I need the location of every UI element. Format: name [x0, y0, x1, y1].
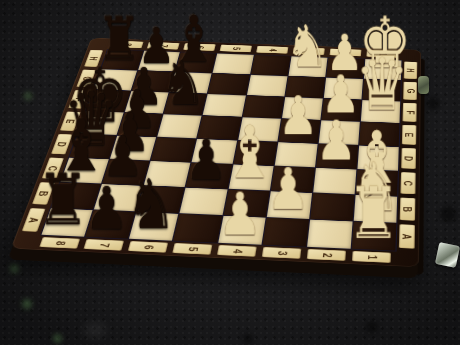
square-f6[interactable]: ♞ — [164, 93, 207, 116]
scene: 87654321 87654321 HGFEDCBA HGFEDCBA ♜♟♝♞… — [0, 0, 460, 345]
square-a3[interactable] — [262, 218, 309, 247]
square-h5[interactable] — [213, 54, 253, 75]
square-g5[interactable] — [208, 73, 249, 95]
rank-label-bottom-1: 1 — [352, 251, 391, 263]
rank-label-bottom-8: 8 — [39, 237, 80, 249]
rank-label-bottom-4: 4 — [217, 245, 257, 257]
piece-white-queen-f1[interactable]: ♛ — [355, 50, 405, 122]
rank-label-top-5: 5 — [220, 45, 252, 53]
photo-background: { "game": "chess", "description": "Woode… — [0, 0, 460, 345]
rank-label-bottom-6: 6 — [128, 241, 168, 253]
square-a6[interactable]: ♞ — [129, 212, 178, 241]
piece-black-knight-f6[interactable]: ♞ — [158, 54, 208, 114]
piece-white-pawn-a4[interactable]: ♟ — [211, 184, 267, 243]
square-a4[interactable]: ♟ — [218, 216, 266, 245]
brass-hinge — [418, 76, 429, 94]
file-label-right-E: E — [402, 125, 416, 145]
square-b3[interactable]: ♟ — [266, 191, 311, 219]
piece-black-knight-a6[interactable]: ♞ — [123, 171, 179, 239]
piece-white-rook-a1[interactable]: ♜ — [345, 178, 402, 249]
chess-board: 87654321 87654321 HGFEDCBA HGFEDCBA ♜♟♝♞… — [11, 38, 421, 267]
piece-white-pawn-b3[interactable]: ♟ — [260, 160, 315, 217]
rank-label-bottom-7: 7 — [84, 239, 124, 251]
rank-label-bottom-5: 5 — [172, 243, 212, 255]
metal-clasp — [435, 242, 460, 268]
square-a1[interactable]: ♜ — [352, 221, 397, 250]
rank-label-bottom-2: 2 — [307, 249, 346, 261]
board-grid: ♜♟♝♞♟♚♟♞♟♛♚♟♟♛♟♟♝♟♟♝♝♟♞♜♟♞♟♜ — [40, 49, 402, 252]
rank-label-bottom-3: 3 — [262, 247, 301, 259]
